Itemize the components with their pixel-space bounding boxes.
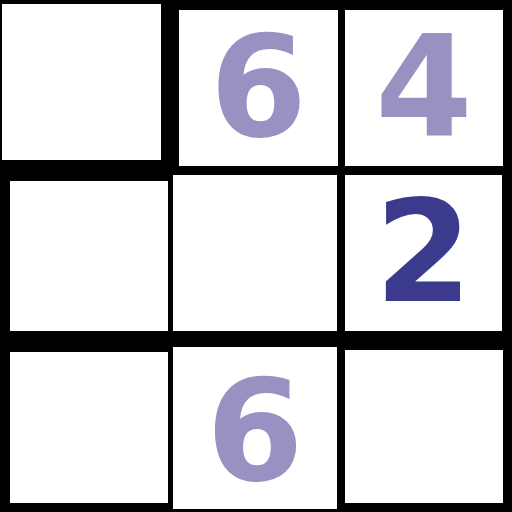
cell-r2c2[interactable] <box>173 175 337 331</box>
digit-r1c3: 4 <box>375 18 472 158</box>
cell-r3c2[interactable]: 6 <box>173 347 337 509</box>
cell-r2c3[interactable]: 2 <box>345 175 502 331</box>
cell-r1c2[interactable]: 6 <box>179 10 338 166</box>
cell-r3c1[interactable] <box>10 352 168 503</box>
cell-r3c3[interactable] <box>345 350 503 503</box>
cell-r1c3[interactable]: 4 <box>345 10 503 166</box>
cell-r1c1[interactable] <box>2 4 161 160</box>
cell-r2c1[interactable] <box>10 181 168 331</box>
digit-r1c2: 6 <box>210 18 307 158</box>
digit-r2c3: 2 <box>375 183 472 323</box>
sudoku-board: 6 4 2 6 <box>0 0 512 512</box>
digit-r3c2: 6 <box>206 362 303 502</box>
